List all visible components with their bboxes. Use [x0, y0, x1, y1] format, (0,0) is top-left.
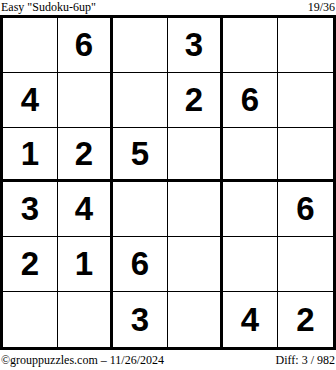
- sudoku-page: Easy "Sudoku-6up" 19/36 6342612534621634…: [0, 0, 336, 370]
- cell-given-r4c6: 6: [278, 182, 333, 237]
- cell-empty-r3c5: [223, 128, 278, 183]
- cell-given-r5c2: 1: [58, 237, 113, 292]
- sudoku-board: 63426125346216342: [0, 15, 336, 350]
- cell-given-r2c5: 6: [223, 73, 278, 128]
- cell-empty-r1c3: [113, 18, 168, 73]
- cell-empty-r1c1: [3, 18, 58, 73]
- cell-empty-r2c2: [58, 73, 113, 128]
- cell-empty-r4c3: [113, 182, 168, 237]
- cell-empty-r2c3: [113, 73, 168, 128]
- cell-empty-r5c6: [278, 237, 333, 292]
- cell-empty-r1c5: [223, 18, 278, 73]
- cell-given-r5c3: 6: [113, 237, 168, 292]
- cell-empty-r6c1: [3, 292, 58, 347]
- cell-given-r1c2: 6: [58, 18, 113, 73]
- cell-given-r2c4: 2: [168, 73, 223, 128]
- header: Easy "Sudoku-6up" 19/36: [0, 0, 336, 15]
- cell-given-r3c3: 5: [113, 128, 168, 183]
- cell-empty-r5c4: [168, 237, 223, 292]
- cell-empty-r4c5: [223, 182, 278, 237]
- cell-given-r1c4: 3: [168, 18, 223, 73]
- copyright-text: ©grouppuzzles.com – 11/26/2024: [1, 353, 164, 367]
- cell-empty-r4c4: [168, 182, 223, 237]
- footer: ©grouppuzzles.com – 11/26/2024 Diff: 3 /…: [0, 350, 336, 370]
- cell-given-r4c2: 4: [58, 182, 113, 237]
- cell-empty-r5c5: [223, 237, 278, 292]
- clue-counter: 19/36: [308, 1, 335, 14]
- cell-empty-r6c2: [58, 292, 113, 347]
- cell-empty-r3c4: [168, 128, 223, 183]
- difficulty-text: Diff: 3 / 982: [276, 353, 335, 367]
- cell-given-r6c3: 3: [113, 292, 168, 347]
- cell-given-r4c1: 3: [3, 182, 58, 237]
- cell-given-r3c1: 1: [3, 128, 58, 183]
- cell-given-r2c1: 4: [3, 73, 58, 128]
- page-title: Easy "Sudoku-6up": [1, 1, 96, 14]
- cell-given-r3c2: 2: [58, 128, 113, 183]
- cell-empty-r3c6: [278, 128, 333, 183]
- cell-empty-r1c6: [278, 18, 333, 73]
- cell-empty-r6c4: [168, 292, 223, 347]
- cell-empty-r2c6: [278, 73, 333, 128]
- cell-given-r5c1: 2: [3, 237, 58, 292]
- cell-given-r6c5: 4: [223, 292, 278, 347]
- cell-given-r6c6: 2: [278, 292, 333, 347]
